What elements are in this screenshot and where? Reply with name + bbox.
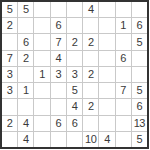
cell-r4c2[interactable]: 2 [18,51,33,66]
cell-r5c7[interactable] [99,67,114,82]
cell-r4c8[interactable]: 6 [116,51,131,66]
cell-r8c6[interactable] [83,116,98,131]
cell-r1c2[interactable]: 5 [18,2,33,17]
cell-r2c3[interactable] [34,18,49,33]
cell-r9c6[interactable]: 10 [83,132,98,147]
cell-r9c5[interactable] [67,132,82,147]
cell-r7c7[interactable] [99,99,114,114]
cell-r1c7[interactable] [99,2,114,17]
cell-r1c5[interactable] [67,2,82,17]
cell-r5c9[interactable] [132,67,147,82]
cell-r5c1[interactable]: 3 [2,67,17,82]
cell-r2c9[interactable]: 6 [132,18,147,33]
cell-r7c4[interactable] [51,99,66,114]
cell-r1c4[interactable] [51,2,66,17]
cell-r2c2[interactable] [18,18,33,33]
cell-r5c6[interactable]: 2 [83,67,98,82]
cell-r3c9[interactable]: 5 [132,34,147,49]
cell-r2c1[interactable]: 2 [2,18,17,33]
cell-r7c1[interactable] [2,99,17,114]
cell-r4c5[interactable] [67,51,82,66]
cell-r2c5[interactable] [67,18,82,33]
cell-r6c7[interactable] [99,83,114,98]
cell-r2c4[interactable]: 6 [51,18,66,33]
cell-r1c6[interactable]: 4 [83,2,98,17]
cell-r4c9[interactable] [132,51,147,66]
cell-r3c6[interactable]: 2 [83,34,98,49]
cell-r6c9[interactable]: 5 [132,83,147,98]
cell-r2c8[interactable]: 1 [116,18,131,33]
cell-r1c1[interactable]: 5 [2,2,17,17]
cell-r3c4[interactable]: 7 [51,34,66,49]
cell-r4c7[interactable] [99,51,114,66]
cell-r2c7[interactable] [99,18,114,33]
cell-r6c8[interactable]: 7 [116,83,131,98]
cell-r3c7[interactable] [99,34,114,49]
cell-r9c1[interactable] [2,132,17,147]
cell-r4c1[interactable]: 7 [2,51,17,66]
cell-r6c6[interactable] [83,83,98,98]
cell-r8c9[interactable]: 13 [132,116,147,131]
cell-r8c3[interactable] [34,116,49,131]
cell-r6c5[interactable]: 5 [67,83,82,98]
cell-r2c6[interactable] [83,18,98,33]
puzzle-board: 5542616672257246313323157542624661341045 [0,0,149,149]
cell-r9c4[interactable] [51,132,66,147]
cell-r5c3[interactable]: 1 [34,67,49,82]
cell-r7c5[interactable]: 4 [67,99,82,114]
cell-r7c3[interactable] [34,99,49,114]
cell-r3c8[interactable] [116,34,131,49]
cell-r4c3[interactable] [34,51,49,66]
cell-r5c5[interactable]: 3 [67,67,82,82]
cell-r8c5[interactable]: 6 [67,116,82,131]
cell-r5c2[interactable] [18,67,33,82]
cell-r4c4[interactable]: 4 [51,51,66,66]
cell-r5c8[interactable] [116,67,131,82]
cell-r9c9[interactable]: 5 [132,132,147,147]
cell-r6c1[interactable]: 3 [2,83,17,98]
cell-r9c2[interactable]: 4 [18,132,33,147]
cell-r9c8[interactable] [116,132,131,147]
cell-r6c2[interactable]: 1 [18,83,33,98]
cell-r8c7[interactable] [99,116,114,131]
cell-r1c3[interactable] [34,2,49,17]
cell-r8c2[interactable]: 4 [18,116,33,131]
cell-r1c8[interactable] [116,2,131,17]
cell-r3c2[interactable]: 6 [18,34,33,49]
cell-r4c6[interactable] [83,51,98,66]
cell-r6c4[interactable] [51,83,66,98]
cell-r8c4[interactable]: 6 [51,116,66,131]
cell-r7c9[interactable]: 6 [132,99,147,114]
cell-r3c5[interactable]: 2 [67,34,82,49]
cell-r1c9[interactable] [132,2,147,17]
cell-r5c4[interactable]: 3 [51,67,66,82]
cell-r7c2[interactable] [18,99,33,114]
cell-r3c3[interactable] [34,34,49,49]
cell-r7c6[interactable]: 2 [83,99,98,114]
cell-r8c8[interactable] [116,116,131,131]
cell-r9c3[interactable] [34,132,49,147]
cell-r8c1[interactable]: 2 [2,116,17,131]
cell-r3c1[interactable] [2,34,17,49]
cell-r6c3[interactable] [34,83,49,98]
cell-r9c7[interactable]: 4 [99,132,114,147]
cell-r7c8[interactable] [116,99,131,114]
